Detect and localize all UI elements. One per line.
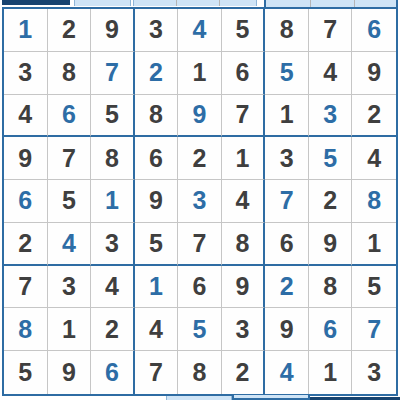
sudoku-cell-r1c1[interactable]: 1: [4, 9, 48, 52]
sudoku-cell-r8c5[interactable]: 5: [178, 308, 222, 351]
sudoku-cell-r9c1[interactable]: 5: [4, 351, 48, 394]
sudoku-cell-r6c4[interactable]: 5: [135, 223, 179, 266]
sudoku-cell-r8c4[interactable]: 4: [135, 308, 179, 351]
sudoku-cell-r1c5[interactable]: 4: [178, 9, 222, 52]
sudoku-cell-r4c3[interactable]: 8: [91, 137, 135, 180]
sudoku-cell-r1c9[interactable]: 6: [352, 9, 396, 52]
sudoku-cell-r2c7[interactable]: 5: [265, 52, 309, 95]
sudoku-cell-r4c9[interactable]: 4: [352, 137, 396, 180]
sudoku-cell-r2c9[interactable]: 9: [352, 52, 396, 95]
sudoku-cell-r9c2[interactable]: 9: [48, 351, 92, 394]
sudoku-cell-r7c2[interactable]: 3: [48, 266, 92, 309]
sudoku-cell-r5c2[interactable]: 5: [48, 180, 92, 223]
sudoku-cell-r1c3[interactable]: 9: [91, 9, 135, 52]
sudoku-cell-r2c1[interactable]: 3: [4, 52, 48, 95]
sudoku-cell-r5c7[interactable]: 7: [265, 180, 309, 223]
sudoku-cell-r1c8[interactable]: 7: [309, 9, 353, 52]
sudoku-cell-r4c5[interactable]: 2: [178, 137, 222, 180]
sudoku-cell-r6c7[interactable]: 6: [265, 223, 309, 266]
sudoku-cell-r8c3[interactable]: 2: [91, 308, 135, 351]
separator: [219, 0, 220, 6]
sudoku-cell-r1c4[interactable]: 3: [135, 9, 179, 52]
sudoku-cell-r5c1[interactable]: 6: [4, 180, 48, 223]
bottom-toolbar-selected-fragment[interactable]: [232, 395, 310, 400]
separator: [310, 0, 311, 7]
separator: [176, 0, 177, 6]
top-toolbar-button-group-fragment[interactable]: [133, 0, 257, 6]
sudoku-cell-r9c6[interactable]: 2: [222, 351, 266, 394]
sudoku-cell-r8c8[interactable]: 6: [309, 308, 353, 351]
sudoku-cell-r3c7[interactable]: 1: [265, 95, 309, 138]
sudoku-cell-r5c5[interactable]: 3: [178, 180, 222, 223]
separator: [354, 0, 355, 7]
sudoku-cell-r6c1[interactable]: 2: [4, 223, 48, 266]
sudoku-cell-r3c1[interactable]: 4: [4, 95, 48, 138]
sudoku-cell-r6c2[interactable]: 4: [48, 223, 92, 266]
top-toolbar-button-fragment[interactable]: [74, 0, 131, 6]
sudoku-cell-r7c5[interactable]: 6: [178, 266, 222, 309]
sudoku-cell-r5c3[interactable]: 1: [91, 180, 135, 223]
sudoku-cell-r9c7[interactable]: 4: [265, 351, 309, 394]
sudoku-cell-r9c9[interactable]: 3: [352, 351, 396, 394]
sudoku-cell-r6c6[interactable]: 8: [222, 223, 266, 266]
sudoku-cell-r6c5[interactable]: 7: [178, 223, 222, 266]
sudoku-cell-r5c8[interactable]: 2: [309, 180, 353, 223]
sudoku-cell-r4c7[interactable]: 3: [265, 137, 309, 180]
sudoku-cell-r5c9[interactable]: 8: [352, 180, 396, 223]
sudoku-cell-r7c1[interactable]: 7: [4, 266, 48, 309]
sudoku-cell-r7c7[interactable]: 2: [265, 266, 309, 309]
sudoku-cell-r2c6[interactable]: 6: [222, 52, 266, 95]
sudoku-cell-r4c4[interactable]: 6: [135, 137, 179, 180]
sudoku-cell-r8c2[interactable]: 1: [48, 308, 92, 351]
sudoku-cell-r3c2[interactable]: 6: [48, 95, 92, 138]
sudoku-cell-r3c8[interactable]: 3: [309, 95, 353, 138]
sudoku-cell-r2c2[interactable]: 8: [48, 52, 92, 95]
sudoku-cell-r4c6[interactable]: 1: [222, 137, 266, 180]
sudoku-cell-r2c5[interactable]: 1: [178, 52, 222, 95]
sudoku-cell-r7c9[interactable]: 5: [352, 266, 396, 309]
sudoku-cell-r7c6[interactable]: 9: [222, 266, 266, 309]
sudoku-cell-r2c4[interactable]: 2: [135, 52, 179, 95]
sudoku-cell-r8c9[interactable]: 7: [352, 308, 396, 351]
sudoku-cell-r5c6[interactable]: 4: [222, 180, 266, 223]
sudoku-cell-r5c4[interactable]: 9: [135, 180, 179, 223]
sudoku-cell-r6c3[interactable]: 3: [91, 223, 135, 266]
sudoku-cell-r9c3[interactable]: 6: [91, 351, 135, 394]
sudoku-cell-r3c9[interactable]: 2: [352, 95, 396, 138]
sudoku-cell-r3c5[interactable]: 9: [178, 95, 222, 138]
sudoku-cell-r1c2[interactable]: 2: [48, 9, 92, 52]
sudoku-cell-r6c9[interactable]: 1: [352, 223, 396, 266]
sudoku-cell-r3c4[interactable]: 8: [135, 95, 179, 138]
sudoku-cell-r8c1[interactable]: 8: [4, 308, 48, 351]
sudoku-cell-r2c8[interactable]: 4: [309, 52, 353, 95]
sudoku-cell-r9c5[interactable]: 8: [178, 351, 222, 394]
sudoku-cell-r4c8[interactable]: 5: [309, 137, 353, 180]
sudoku-cell-r2c3[interactable]: 7: [91, 52, 135, 95]
bottom-toolbar-button-fragment[interactable]: [166, 396, 232, 400]
sudoku-board: 1293458763872165494658971329786213546519…: [2, 7, 398, 396]
top-toolbar-tab-fragment[interactable]: [2, 0, 70, 5]
sudoku-cell-r6c8[interactable]: 9: [309, 223, 353, 266]
sudoku-cell-r4c1[interactable]: 9: [4, 137, 48, 180]
sudoku-cell-r9c8[interactable]: 1: [309, 351, 353, 394]
sudoku-cell-r8c6[interactable]: 3: [222, 308, 266, 351]
sudoku-cell-r7c8[interactable]: 8: [309, 266, 353, 309]
sudoku-cell-r3c3[interactable]: 5: [91, 95, 135, 138]
sudoku-cell-r7c4[interactable]: 1: [135, 266, 179, 309]
sudoku-cell-r4c2[interactable]: 7: [48, 137, 92, 180]
sudoku-cell-r3c6[interactable]: 7: [222, 95, 266, 138]
sudoku-cell-r8c7[interactable]: 9: [265, 308, 309, 351]
sudoku-cell-r7c3[interactable]: 4: [91, 266, 135, 309]
sudoku-cell-r1c6[interactable]: 5: [222, 9, 266, 52]
sudoku-cell-r1c7[interactable]: 8: [265, 9, 309, 52]
sudoku-cell-r9c4[interactable]: 7: [135, 351, 179, 394]
